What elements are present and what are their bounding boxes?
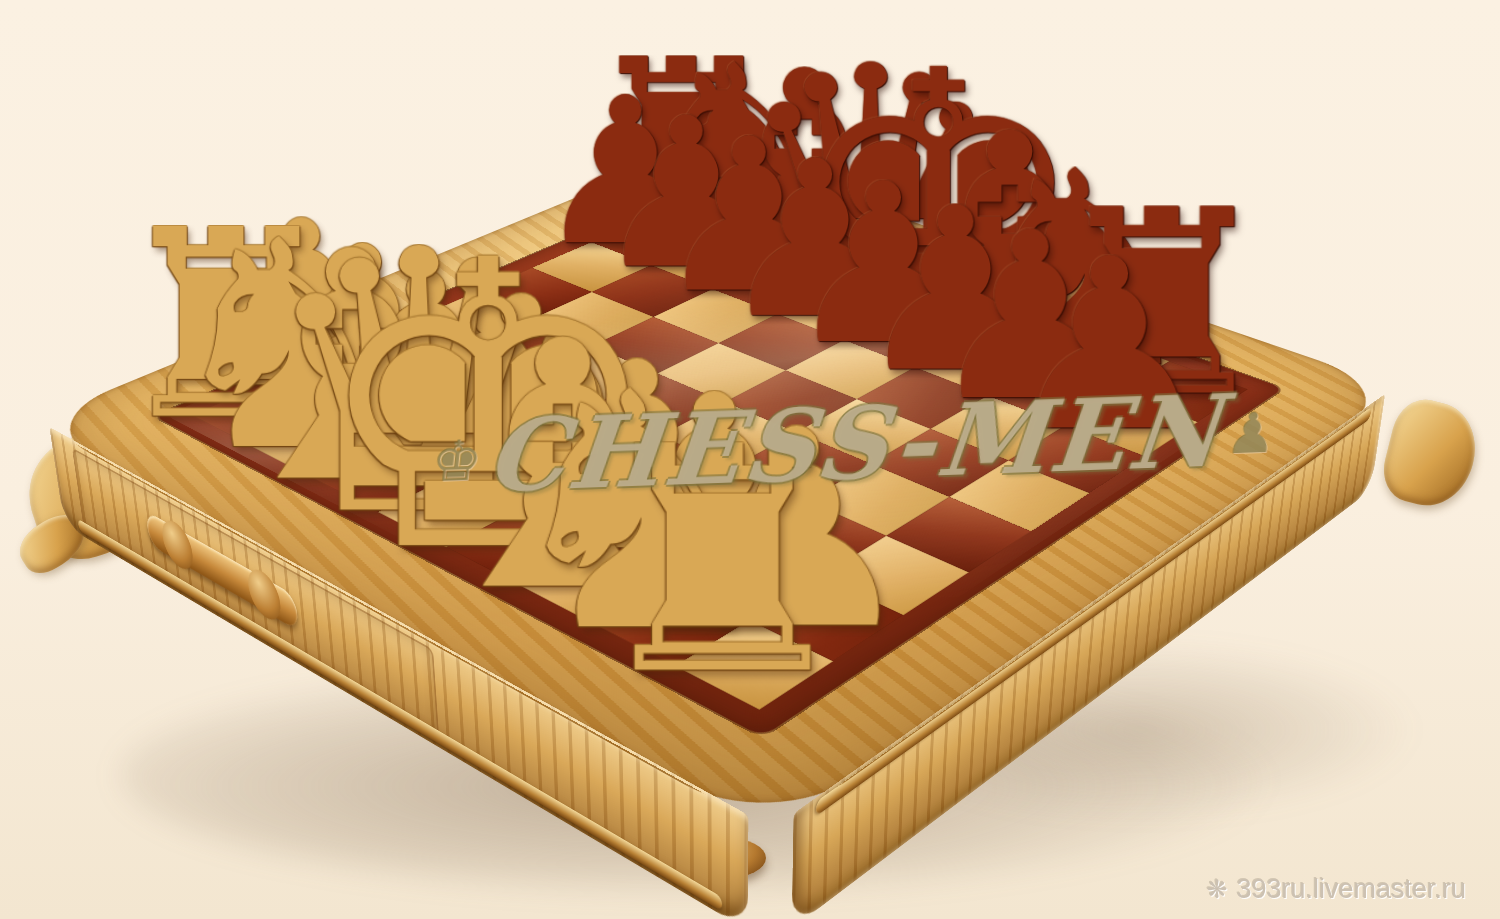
site-credit-text: 393ru.livemaster.ru bbox=[1236, 874, 1466, 904]
carved-corner-scroll-right bbox=[1377, 393, 1486, 515]
site-credit: ❋393ru.livemaster.ru bbox=[1206, 874, 1466, 905]
square-f6 bbox=[857, 367, 988, 429]
product-photo-scene: ♜♞♝♛♚♝♞♜♟♟♟♟♟♟♟♟♟♟♟♟♟♟♟♟♜♞♝♛♚♝♞♜ ♚ CHESS… bbox=[0, 0, 1500, 919]
board-plane: ♜♞♝♛♚♝♞♜♟♟♟♟♟♟♟♟♟♟♟♟♟♟♟♟♜♞♝♛♚♝♞♜ bbox=[154, 182, 1284, 736]
livemaster-logo-icon: ❋ bbox=[1206, 875, 1227, 903]
